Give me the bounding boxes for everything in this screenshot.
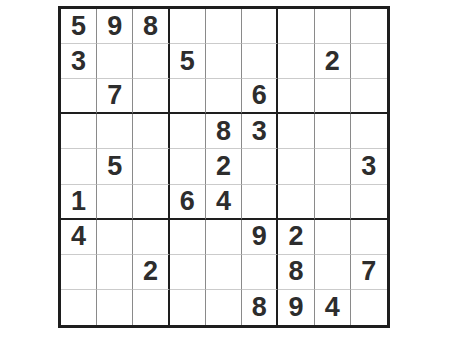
- cell-r2c6[interactable]: [242, 44, 278, 79]
- cell-r2c9[interactable]: [351, 44, 387, 79]
- cell-r6c5[interactable]: 4: [206, 185, 242, 220]
- cell-r2c8[interactable]: 2: [315, 44, 351, 79]
- cell-r1c6[interactable]: [242, 9, 278, 44]
- cell-r5c7[interactable]: [278, 149, 314, 184]
- cell-r7c5[interactable]: [206, 220, 242, 255]
- cell-r8c8[interactable]: [315, 255, 351, 290]
- cell-r4c4[interactable]: [170, 114, 206, 149]
- cell-r5c8[interactable]: [315, 149, 351, 184]
- cell-r3c3[interactable]: [133, 79, 169, 114]
- cell-r3c5[interactable]: [206, 79, 242, 114]
- cell-r6c2[interactable]: [97, 185, 133, 220]
- cell-r4c8[interactable]: [315, 114, 351, 149]
- cell-r4c3[interactable]: [133, 114, 169, 149]
- cell-r5c2[interactable]: 5: [97, 149, 133, 184]
- cell-r6c1[interactable]: 1: [61, 185, 97, 220]
- cell-r4c6[interactable]: 3: [242, 114, 278, 149]
- cell-r9c9[interactable]: [351, 290, 387, 325]
- cell-r4c7[interactable]: [278, 114, 314, 149]
- cell-r9c1[interactable]: [61, 290, 97, 325]
- cell-r6c6[interactable]: [242, 185, 278, 220]
- cell-r8c3[interactable]: 2: [133, 255, 169, 290]
- cell-r1c7[interactable]: [278, 9, 314, 44]
- cell-r5c3[interactable]: [133, 149, 169, 184]
- cell-r1c2[interactable]: 9: [97, 9, 133, 44]
- cell-r8c4[interactable]: [170, 255, 206, 290]
- cell-r2c3[interactable]: [133, 44, 169, 79]
- cell-r2c2[interactable]: [97, 44, 133, 79]
- sudoku-page: 5983527683523164492287894: [0, 0, 450, 338]
- cell-r9c4[interactable]: [170, 290, 206, 325]
- cell-r4c1[interactable]: [61, 114, 97, 149]
- cell-r9c8[interactable]: 4: [315, 290, 351, 325]
- cell-r2c5[interactable]: [206, 44, 242, 79]
- cell-r3c1[interactable]: [61, 79, 97, 114]
- cell-r5c6[interactable]: [242, 149, 278, 184]
- cell-r5c9[interactable]: 3: [351, 149, 387, 184]
- cell-r3c4[interactable]: [170, 79, 206, 114]
- cell-r6c7[interactable]: [278, 185, 314, 220]
- cell-r7c4[interactable]: [170, 220, 206, 255]
- cell-r3c8[interactable]: [315, 79, 351, 114]
- cell-r1c5[interactable]: [206, 9, 242, 44]
- cell-r3c7[interactable]: [278, 79, 314, 114]
- cell-r1c8[interactable]: [315, 9, 351, 44]
- cell-r7c7[interactable]: 2: [278, 220, 314, 255]
- cell-r1c4[interactable]: [170, 9, 206, 44]
- cell-r4c2[interactable]: [97, 114, 133, 149]
- cell-r7c3[interactable]: [133, 220, 169, 255]
- cell-r8c1[interactable]: [61, 255, 97, 290]
- cell-r6c8[interactable]: [315, 185, 351, 220]
- cell-r4c5[interactable]: 8: [206, 114, 242, 149]
- cell-r8c7[interactable]: 8: [278, 255, 314, 290]
- cell-r2c7[interactable]: [278, 44, 314, 79]
- cell-r7c6[interactable]: 9: [242, 220, 278, 255]
- cell-r3c2[interactable]: 7: [97, 79, 133, 114]
- cell-r6c4[interactable]: 6: [170, 185, 206, 220]
- cell-r2c4[interactable]: 5: [170, 44, 206, 79]
- cell-r1c9[interactable]: [351, 9, 387, 44]
- cell-r7c1[interactable]: 4: [61, 220, 97, 255]
- cell-r7c8[interactable]: [315, 220, 351, 255]
- cell-r7c9[interactable]: [351, 220, 387, 255]
- cell-r9c5[interactable]: [206, 290, 242, 325]
- sudoku-board: 5983527683523164492287894: [58, 6, 390, 328]
- cell-r4c9[interactable]: [351, 114, 387, 149]
- cell-r5c1[interactable]: [61, 149, 97, 184]
- cell-r3c6[interactable]: 6: [242, 79, 278, 114]
- cell-r5c5[interactable]: 2: [206, 149, 242, 184]
- cell-r9c6[interactable]: 8: [242, 290, 278, 325]
- cell-r6c9[interactable]: [351, 185, 387, 220]
- cell-r1c1[interactable]: 5: [61, 9, 97, 44]
- cell-r9c7[interactable]: 9: [278, 290, 314, 325]
- cell-r8c5[interactable]: [206, 255, 242, 290]
- cell-r9c2[interactable]: [97, 290, 133, 325]
- cell-r8c6[interactable]: [242, 255, 278, 290]
- cell-r1c3[interactable]: 8: [133, 9, 169, 44]
- cell-r8c2[interactable]: [97, 255, 133, 290]
- cell-r8c9[interactable]: 7: [351, 255, 387, 290]
- cell-r2c1[interactable]: 3: [61, 44, 97, 79]
- cell-r9c3[interactable]: [133, 290, 169, 325]
- cell-r6c3[interactable]: [133, 185, 169, 220]
- cell-r3c9[interactable]: [351, 79, 387, 114]
- cell-r7c2[interactable]: [97, 220, 133, 255]
- cell-r5c4[interactable]: [170, 149, 206, 184]
